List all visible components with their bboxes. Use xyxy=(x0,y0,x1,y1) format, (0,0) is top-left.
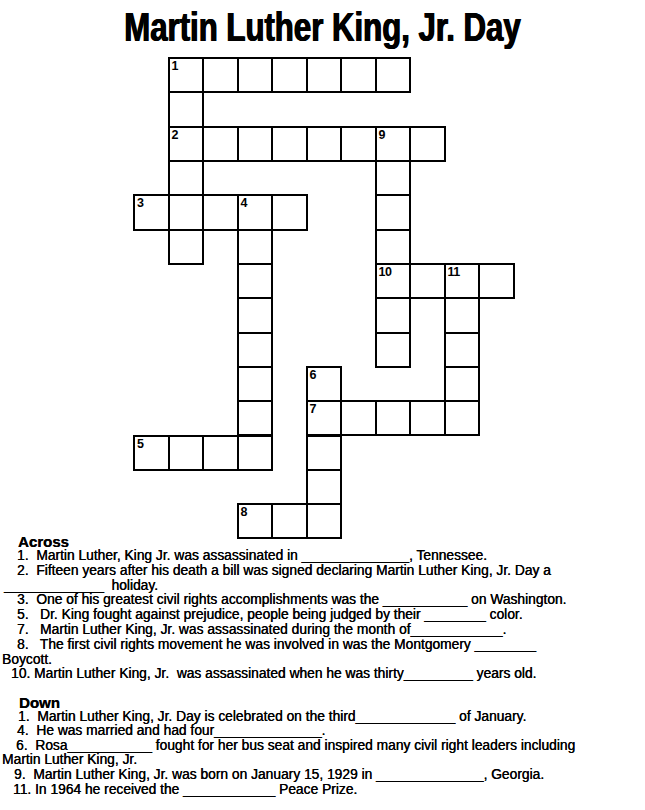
down-clue-line: 6. Rosa___________ fought for her bus se… xyxy=(16,739,575,753)
grid-cell[interactable] xyxy=(375,57,412,93)
grid-cell[interactable]: 1 xyxy=(168,57,205,93)
grid-cell[interactable] xyxy=(202,57,239,93)
grid-cell[interactable] xyxy=(168,160,205,196)
crossword-grid: 1293410116758 xyxy=(133,57,515,540)
cell-number: 2 xyxy=(172,128,178,142)
grid-cell[interactable]: 6 xyxy=(306,366,343,402)
grid-cell[interactable]: 11 xyxy=(444,263,481,299)
grid-cell[interactable] xyxy=(271,57,308,93)
grid-cell[interactable] xyxy=(478,263,515,299)
grid-cell[interactable] xyxy=(168,91,205,127)
grid-cell[interactable] xyxy=(375,160,412,196)
across-clue-line: 3. One of his greatest civil rights acco… xyxy=(17,593,566,607)
cell-number: 3 xyxy=(137,196,143,210)
grid-cell[interactable] xyxy=(306,469,343,505)
grid-cell[interactable] xyxy=(306,435,343,471)
grid-cell[interactable] xyxy=(237,366,274,402)
grid-cell[interactable] xyxy=(375,332,412,368)
grid-cell[interactable] xyxy=(340,57,377,93)
grid-cell[interactable] xyxy=(168,435,205,471)
grid-cell[interactable] xyxy=(237,400,274,436)
across-clue-line: 2. Fifteen years after his death a bill … xyxy=(17,564,551,578)
grid-cell[interactable] xyxy=(202,194,239,230)
across-clue-line: 10. Martin Luther King, Jr. was assassin… xyxy=(11,667,536,681)
down-clue-line: Martin Luther King, Jr. xyxy=(2,753,137,767)
grid-cell[interactable] xyxy=(306,57,343,93)
grid-cell[interactable] xyxy=(237,435,274,471)
across-clue-line: _____________ holiday. xyxy=(4,579,158,593)
cell-number: 4 xyxy=(241,196,247,210)
grid-cell[interactable] xyxy=(202,126,239,162)
across-clue-line: 5. Dr. King fought against prejudice, pe… xyxy=(17,608,522,622)
cell-number: 10 xyxy=(379,265,392,279)
grid-cell[interactable] xyxy=(375,297,412,333)
grid-cell[interactable] xyxy=(237,332,274,368)
grid-cell[interactable] xyxy=(340,400,377,436)
grid-cell[interactable]: 4 xyxy=(237,194,274,230)
down-clue-line: 9. Martin Luther King, Jr. was born on J… xyxy=(14,768,544,782)
grid-cell[interactable] xyxy=(237,126,274,162)
grid-cell[interactable] xyxy=(340,126,377,162)
grid-cell[interactable] xyxy=(306,126,343,162)
grid-cell[interactable]: 3 xyxy=(133,194,170,230)
across-clue-line: 8. The first civil rights movement he wa… xyxy=(17,638,536,652)
cell-number: 8 xyxy=(241,505,247,519)
grid-cell[interactable] xyxy=(375,400,412,436)
grid-cell[interactable] xyxy=(444,366,481,402)
grid-cell[interactable]: 5 xyxy=(133,435,170,471)
grid-cell[interactable] xyxy=(271,194,308,230)
cell-number: 1 xyxy=(172,59,178,73)
grid-cell[interactable] xyxy=(444,400,481,436)
grid-cell[interactable] xyxy=(237,57,274,93)
cell-number: 5 xyxy=(137,437,143,451)
grid-cell[interactable]: 2 xyxy=(168,126,205,162)
grid-cell[interactable] xyxy=(444,332,481,368)
down-clue-line: 4. He was married and had four__________… xyxy=(17,724,325,738)
grid-cell[interactable] xyxy=(306,503,343,539)
grid-cell[interactable] xyxy=(375,229,412,265)
grid-cell[interactable] xyxy=(168,194,205,230)
grid-cell[interactable] xyxy=(271,503,308,539)
grid-cell[interactable] xyxy=(444,297,481,333)
cell-number: 7 xyxy=(310,402,316,416)
grid-cell[interactable] xyxy=(202,435,239,471)
grid-cell[interactable] xyxy=(271,126,308,162)
cell-number: 11 xyxy=(448,265,460,279)
page-title: Martin Luther King, Jr. Day xyxy=(77,4,567,51)
grid-cell[interactable]: 9 xyxy=(375,126,412,162)
grid-cell[interactable] xyxy=(168,229,205,265)
grid-cell[interactable] xyxy=(409,400,446,436)
down-clue-line: 1. Martin Luther King, Jr. Day is celebr… xyxy=(18,710,526,724)
cell-number: 6 xyxy=(310,368,316,382)
grid-cell[interactable]: 10 xyxy=(375,263,412,299)
grid-cell[interactable] xyxy=(237,229,274,265)
cell-number: 9 xyxy=(379,128,385,142)
across-clue-line: 7. Martin Luther King, Jr. was assassina… xyxy=(17,623,506,637)
grid-cell[interactable] xyxy=(237,297,274,333)
across-clue-line: 1. Martin Luther, King Jr. was assassina… xyxy=(17,549,487,563)
grid-cell[interactable] xyxy=(237,263,274,299)
grid-cell[interactable] xyxy=(409,263,446,299)
grid-cell[interactable]: 7 xyxy=(306,400,343,436)
grid-cell[interactable] xyxy=(375,194,412,230)
down-clue-line: 11. In 1964 he received the ____________… xyxy=(13,783,357,797)
grid-cell[interactable]: 8 xyxy=(237,503,274,539)
grid-cell[interactable] xyxy=(409,126,446,162)
across-clue-line: Boycott. xyxy=(2,653,52,667)
